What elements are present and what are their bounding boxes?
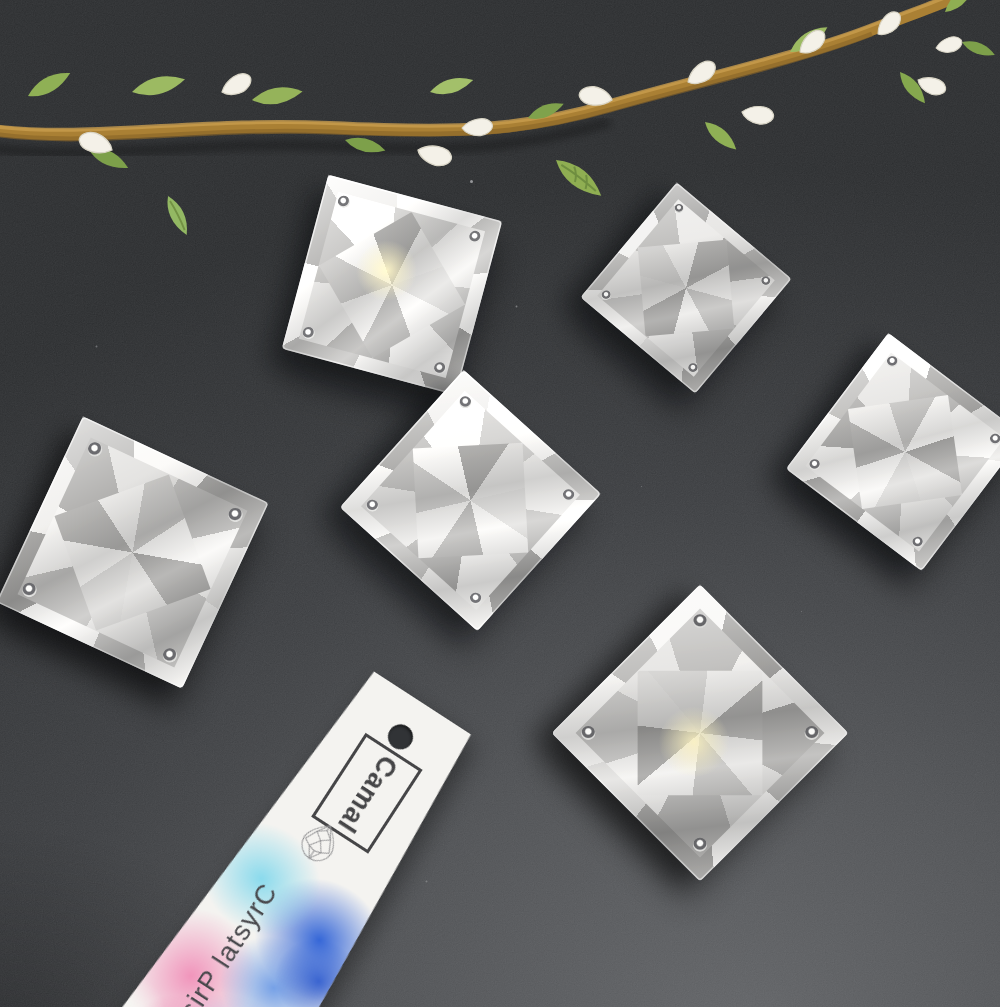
- crystal-reflection: [0, 416, 269, 688]
- crystal-prism-4: [340, 370, 601, 631]
- crystal-prism-6: [552, 585, 849, 882]
- twig: [0, 0, 968, 139]
- product-line-label: msirP latsyrC: [161, 877, 285, 1007]
- brand-label: Camal: [330, 749, 403, 838]
- crystal-reflection: [340, 370, 601, 631]
- crystal-reflection: [786, 333, 1000, 571]
- photo-stage: Camal msirP latsyrC: [0, 0, 1000, 1007]
- crystal-prism-5: [0, 416, 269, 688]
- brand-tag-shadow-wrap: Camal msirP latsyrC: [109, 655, 495, 1007]
- crystal-prism-3: [786, 333, 1000, 571]
- brand-tag: Camal msirP latsyrC: [109, 655, 495, 1007]
